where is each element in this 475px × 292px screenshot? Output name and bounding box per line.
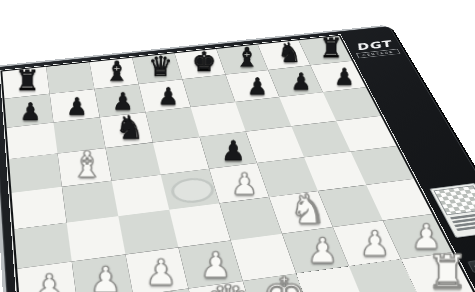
black-rook-h8[interactable]: ♜: [319, 35, 343, 62]
square-c5[interactable]: [105, 142, 160, 180]
black-bishop-c8[interactable]: ♝: [104, 58, 129, 86]
black-king-e8[interactable]: ♚: [191, 49, 215, 76]
square-b5[interactable]: ♝: [58, 148, 112, 187]
display-move-list: [448, 212, 475, 231]
square-b3[interactable]: [67, 216, 126, 261]
black-knight-c6[interactable]: ♞: [114, 112, 143, 145]
product-photo-scene: ♜♝♛♚♝♞♜♟♟♟♟♟♟♟♞♝♟♟♞♟♟♟♟♟♟♟♜♞♝♛♚♜ DGT CEN…: [0, 0, 475, 292]
white-king-e1[interactable]: ♚: [262, 271, 305, 292]
dgt-centaur-board: ♜♝♛♚♝♞♜♟♟♟♟♟♟♟♞♝♟♟♞♟♟♟♟♟♟♟♜♞♝♛♚♜ DGT CEN…: [0, 26, 475, 292]
white-pawn-g2[interactable]: ♟: [359, 227, 390, 262]
white-bishop-b5[interactable]: ♝: [71, 147, 103, 183]
square-a2[interactable]: ♟: [17, 262, 77, 292]
square-g3[interactable]: [318, 185, 383, 227]
white-pawn-a2[interactable]: ♟: [33, 270, 65, 292]
dgt-logo: DGT CENTAUR: [351, 39, 401, 58]
black-pawn-h7[interactable]: ♟: [334, 66, 355, 89]
square-a5[interactable]: [9, 154, 62, 193]
black-pawn-b7[interactable]: ♟: [66, 95, 87, 119]
black-pawn-f7[interactable]: ♟: [247, 75, 268, 98]
black-pawn-d7[interactable]: ♟: [157, 85, 178, 109]
square-c6[interactable]: ♞: [100, 112, 153, 148]
move-list-line: [450, 212, 475, 219]
black-rook-a8[interactable]: ♜: [14, 67, 39, 95]
black-pawn-a7[interactable]: ♟: [19, 100, 41, 124]
white-pawn-e4[interactable]: ♟: [231, 169, 258, 199]
square-c4[interactable]: [112, 175, 170, 216]
highlight-ring-d4: [168, 176, 217, 206]
white-knight-f3[interactable]: ♞: [289, 189, 325, 230]
black-pawn-e5[interactable]: ♟: [220, 137, 245, 165]
black-bishop-f8[interactable]: ♝: [234, 44, 258, 71]
black-queen-d8[interactable]: ♛: [148, 53, 173, 80]
square-a7[interactable]: ♟: [4, 94, 53, 128]
white-rook-h1[interactable]: ♜: [426, 249, 468, 292]
white-pawn-f2[interactable]: ♟: [307, 234, 338, 269]
square-a4[interactable]: [12, 187, 67, 230]
square-a6[interactable]: [7, 123, 58, 160]
display-miniboard: [433, 185, 475, 215]
square-e4[interactable]: ♟: [209, 163, 269, 203]
black-knight-g8[interactable]: ♞: [277, 40, 301, 67]
square-d4[interactable]: [161, 169, 220, 210]
white-pawn-b2[interactable]: ♟: [89, 263, 121, 292]
black-pawn-g7[interactable]: ♟: [290, 71, 311, 94]
white-bishop-c1[interactable]: ♝: [148, 287, 192, 292]
white-queen-d1[interactable]: ♛: [206, 279, 249, 292]
